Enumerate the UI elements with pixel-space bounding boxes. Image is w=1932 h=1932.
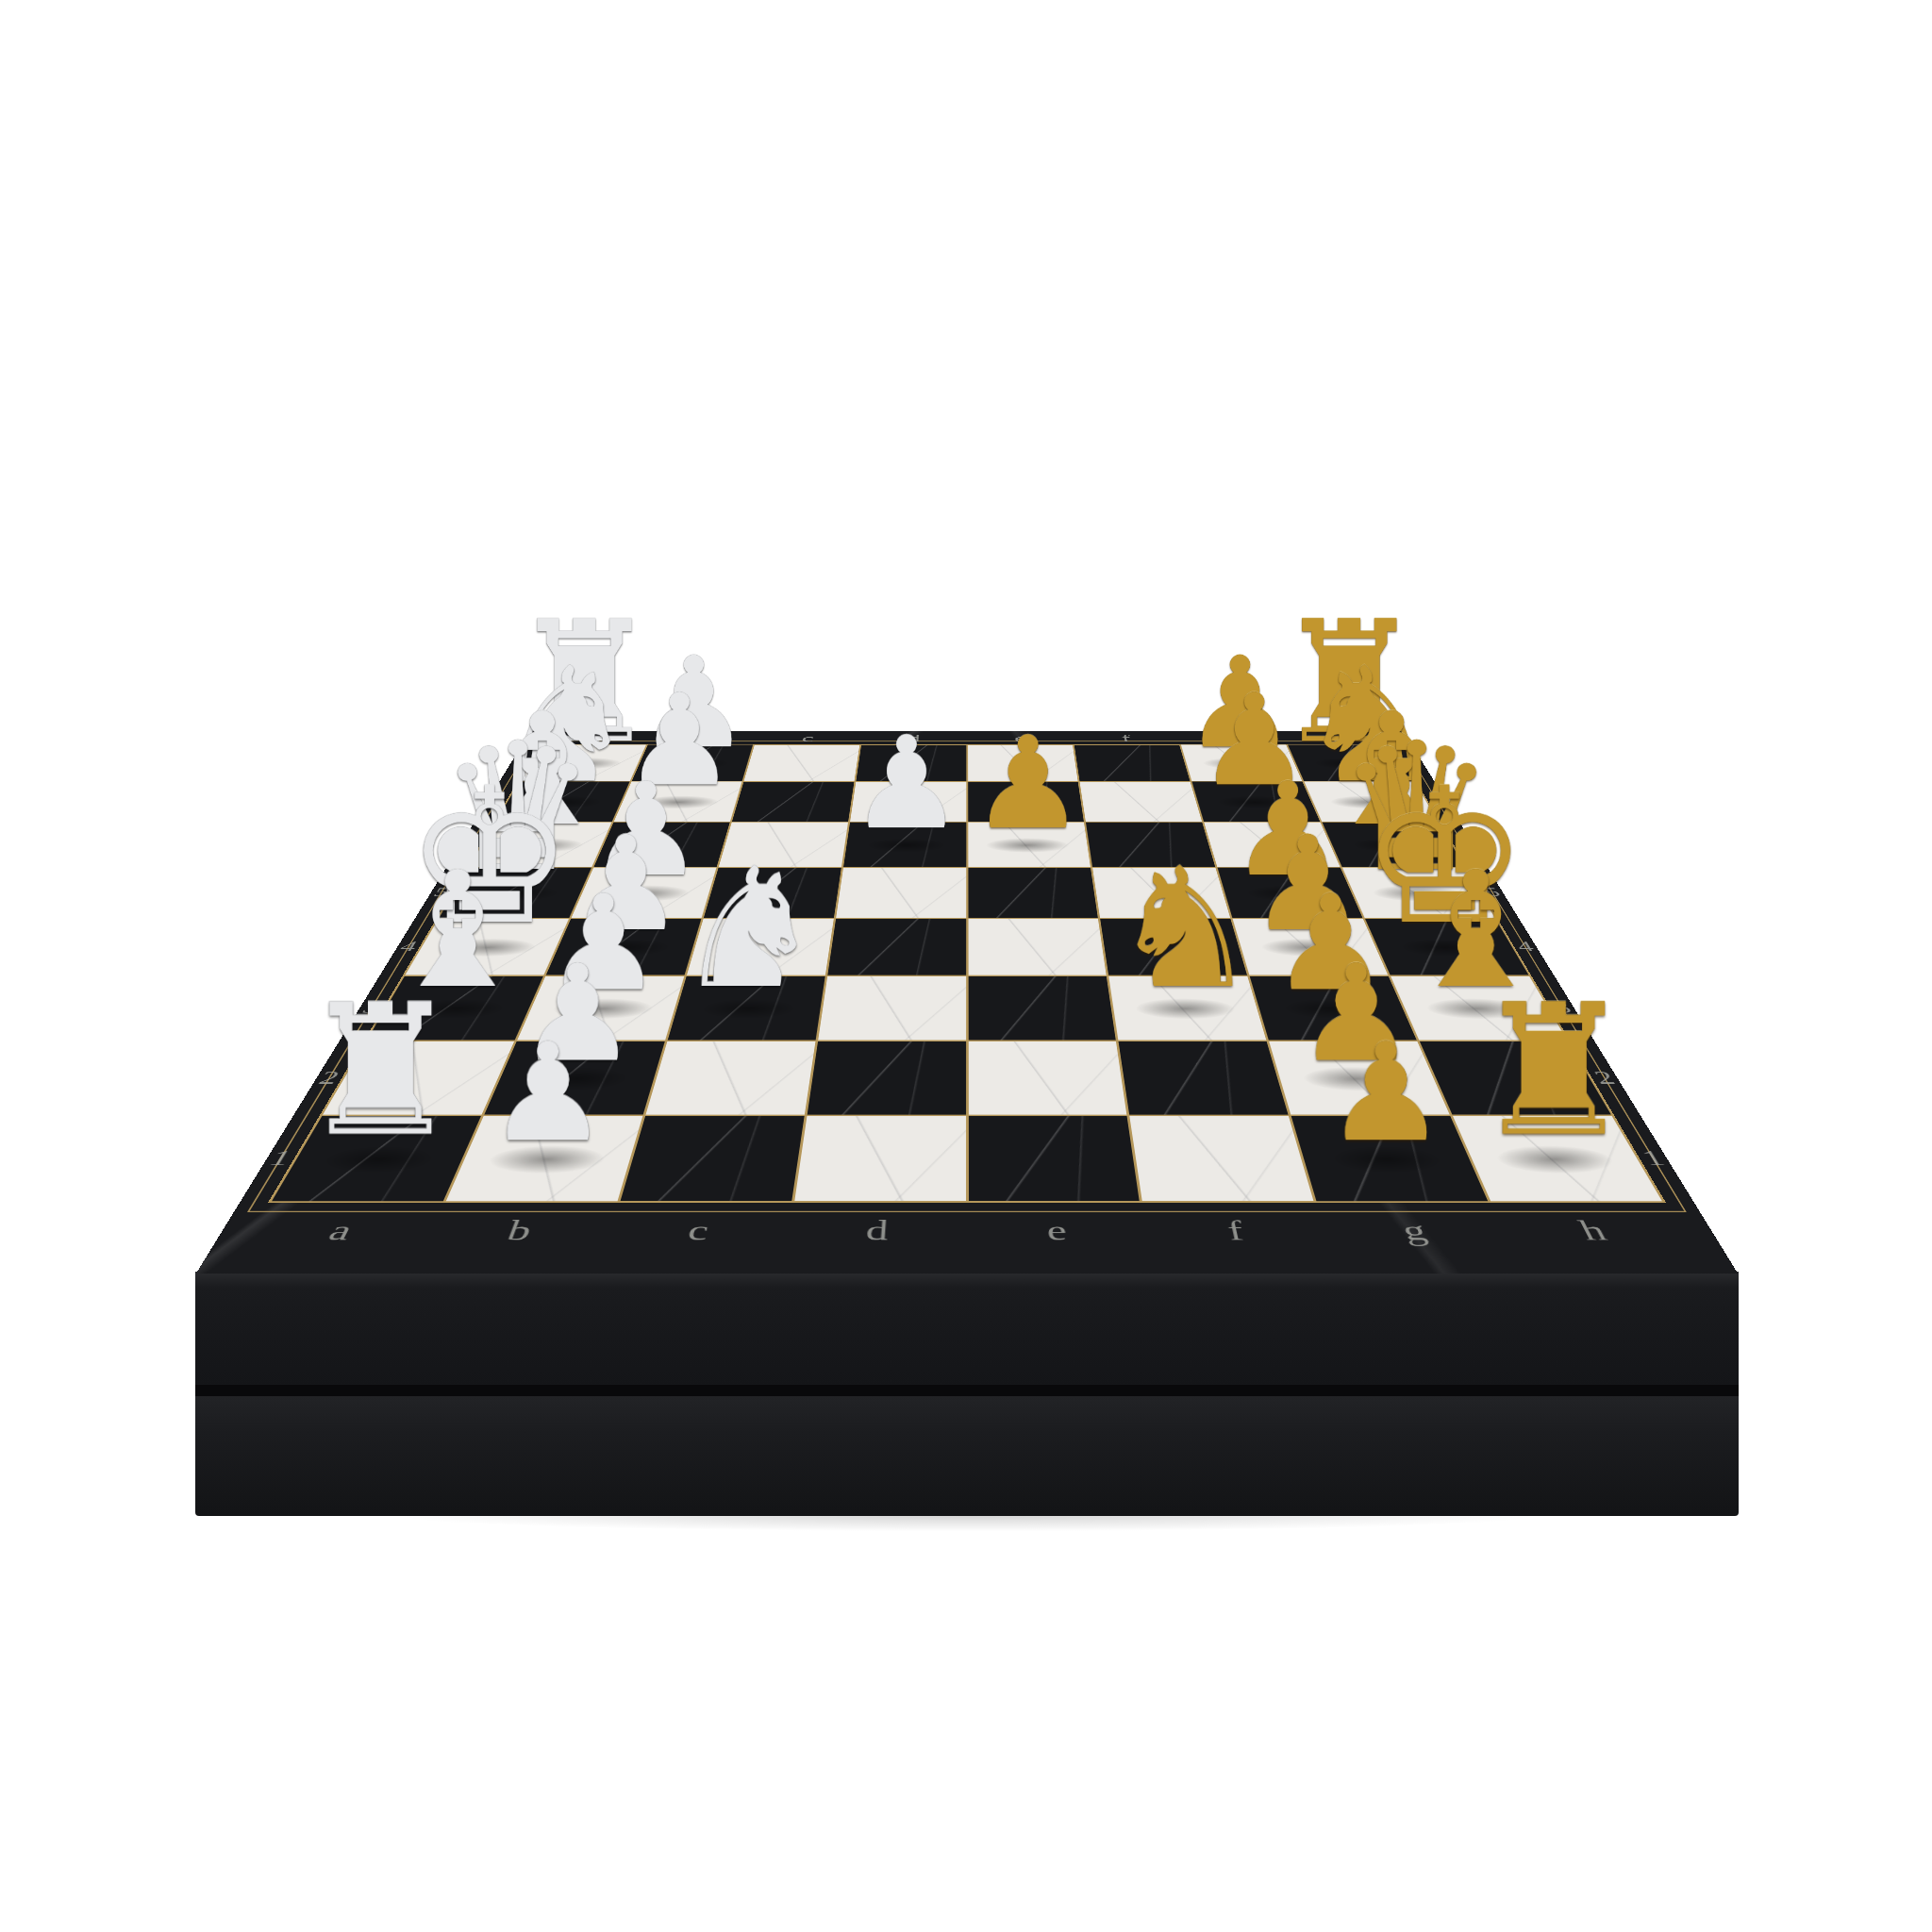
piece-black-pawn: ♟ [970,723,1085,844]
square-d4 [827,919,966,975]
square-f3: ♞ [1109,976,1267,1041]
square-d5 [836,868,966,918]
square-e3 [968,976,1116,1041]
square-f1 [1130,1116,1314,1201]
square-h1: ♜ [1453,1116,1662,1201]
file-label-front-b: b [503,1214,537,1246]
file-label-back-d: d [907,733,921,744]
square-e5 [968,868,1098,918]
square-c3: ♞ [668,976,825,1041]
file-label-front-g: g [1397,1214,1431,1246]
square-d1 [794,1116,966,1201]
square-f2 [1119,1041,1289,1115]
file-label-front-h: h [1574,1214,1612,1246]
square-f7 [1080,782,1202,822]
chess-board: ♜♟♟♜♞♟♟♞♝♟♟♝♛♟♟♛♚♟♟♚♝♟♞♞♟♝♟♟♜♟♟♜ [268,744,1666,1203]
file-label-front-d: d [865,1214,890,1246]
file-label-back-e: e [1014,733,1026,744]
square-e4 [968,919,1107,975]
piece-black-knight: ♞ [1110,849,1259,1007]
square-a1: ♜ [272,1116,481,1201]
file-label-front-e: e [1046,1214,1068,1246]
piece-white-rook: ♜ [299,985,461,1158]
square-e1 [968,1116,1140,1201]
square-d3 [818,976,966,1041]
square-c1 [620,1116,804,1201]
file-label-back-c: c [801,733,815,744]
marble-board-surface: ♜♟♟♜♞♟♟♞♝♟♟♝♛♟♟♛♚♟♟♚♝♟♞♞♟♝♟♟♜♟♟♜ aabbccd… [196,731,1739,1274]
piece-white-pawn: ♟ [487,1027,608,1157]
file-label-back-f: f [1121,733,1132,744]
square-e6: ♟ [968,823,1091,867]
square-b1: ♟ [446,1116,642,1201]
board-3d-scene: ♜♟♟♜♞♟♟♞♝♟♟♝♛♟♟♛♚♟♟♚♝♟♞♞♟♝♟♟♜♟♟♜ aabbccd… [0,0,1932,1932]
file-label-front-f: f [1224,1214,1246,1246]
square-e2 [968,1041,1126,1115]
piece-black-pawn: ♟ [1325,1027,1447,1157]
piece-black-rook: ♜ [1473,985,1635,1158]
file-label-front-c: c [685,1214,712,1246]
square-c2 [645,1041,815,1115]
square-d6: ♟ [843,823,966,867]
product-photo-stage: ♜♟♟♜♞♟♟♞♝♟♟♝♛♟♟♛♚♟♟♚♝♟♞♞♟♝♟♟♜♟♟♜ aabbccd… [0,0,1932,1932]
square-c8 [743,745,859,781]
square-c7 [732,782,854,822]
piece-white-knight: ♞ [675,849,824,1007]
square-f8 [1074,745,1191,781]
file-label-front-a: a [323,1214,359,1246]
square-d2 [807,1041,965,1115]
